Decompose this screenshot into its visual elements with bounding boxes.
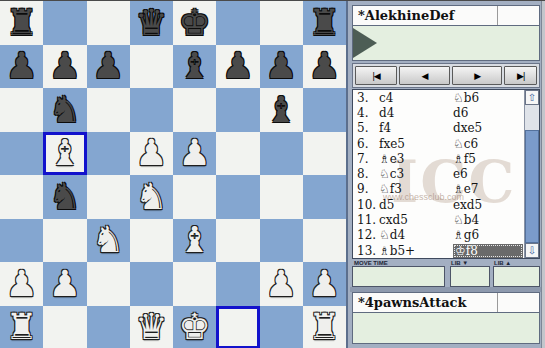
move-row-12: 12.♘d4♗g6 <box>353 228 539 243</box>
black-move[interactable]: e6 <box>453 167 523 181</box>
square-d6[interactable] <box>130 88 173 132</box>
forward-move-icon: ▶ <box>474 71 480 81</box>
square-g6[interactable]: ♝ <box>260 88 303 132</box>
piece-black-pawn-b7[interactable]: ♟ <box>49 48 81 84</box>
scrollbar-thumb[interactable] <box>525 130 539 243</box>
go-last-button[interactable]: ▶| <box>504 66 537 85</box>
square-g7[interactable]: ♟ <box>260 45 303 89</box>
white-move[interactable]: d4 <box>379 106 453 120</box>
square-e4[interactable] <box>173 175 216 219</box>
square-e5[interactable]: ♟ <box>173 132 216 176</box>
move-row-4: 4.d4d6 <box>353 105 539 120</box>
square-c8[interactable] <box>87 1 130 45</box>
black-move[interactable]: ♗f5 <box>453 152 523 166</box>
square-b3[interactable] <box>43 219 86 263</box>
piece-black-pawn-h7[interactable]: ♟ <box>308 48 340 84</box>
black-move[interactable]: d6 <box>453 106 523 120</box>
variation-title: *4pawnsAttack <box>353 295 497 310</box>
first-move-icon: |◀ <box>372 71 379 81</box>
window-right-edge <box>541 1 545 348</box>
piece-white-pawn-g2[interactable]: ♟ <box>265 266 297 302</box>
piece-white-pawn-h2[interactable]: ♟ <box>308 266 340 302</box>
square-g4[interactable] <box>260 175 303 219</box>
move-number: 3. <box>353 91 379 105</box>
go-first-button[interactable]: |◀ <box>355 66 397 85</box>
piece-white-rook-h1[interactable]: ♜ <box>308 309 340 345</box>
opening-text-area <box>352 26 540 61</box>
white-move[interactable]: ♗e3 <box>379 152 453 166</box>
move-row-3: 3.c4♘b6 <box>353 90 539 105</box>
scroll-up-icon: ⇧ <box>528 92 536 103</box>
square-e8[interactable]: ♚ <box>173 1 216 45</box>
square-g1[interactable] <box>260 306 303 348</box>
square-b4[interactable]: ♞ <box>43 175 86 219</box>
square-g3[interactable] <box>260 219 303 263</box>
black-move[interactable]: ♘c6 <box>453 137 523 151</box>
right-panel: *AlekhineDef |◀ ◀ ▶ ▶| ICC www.chessclub… <box>350 1 545 348</box>
square-d5[interactable]: ♟ <box>130 132 173 176</box>
square-f4[interactable] <box>216 175 259 219</box>
square-e3[interactable]: ♝ <box>173 219 216 263</box>
chess-app-window: ♜♛♚♜♟♟♟♝♟♟♟♞♝♝♟♟♞♞♞♝♟♟♟♟♜♛♚♜ *AlekhineDe… <box>0 0 545 348</box>
square-h2[interactable]: ♟ <box>303 262 346 306</box>
square-h4[interactable] <box>303 175 346 219</box>
square-c4[interactable] <box>87 175 130 219</box>
move-list: ICC www.chessclub.com 3.c4♘b64.d4d65.f4d… <box>352 89 540 259</box>
move-number: 4. <box>353 106 379 120</box>
white-move[interactable]: cxd5 <box>379 213 453 227</box>
move-number: 13. <box>353 244 379 258</box>
piece-black-pawn-a7[interactable]: ♟ <box>5 48 37 84</box>
square-c1[interactable] <box>87 306 130 348</box>
square-a7[interactable]: ♟ <box>0 45 43 89</box>
piece-black-queen-d8[interactable]: ♛ <box>135 5 167 41</box>
scroll-down-button[interactable]: ⇩ <box>525 243 539 258</box>
square-a2[interactable]: ♟ <box>0 262 43 306</box>
piece-black-knight-b4[interactable]: ♞ <box>49 179 81 215</box>
square-c6[interactable] <box>87 88 130 132</box>
piece-white-pawn-b2[interactable]: ♟ <box>49 266 81 302</box>
piece-black-pawn-f7[interactable]: ♟ <box>222 48 254 84</box>
move-number: 6. <box>353 137 379 151</box>
piece-black-bishop-e7[interactable]: ♝ <box>178 48 210 84</box>
square-d8[interactable]: ♛ <box>130 1 173 45</box>
square-h1[interactable]: ♜ <box>303 306 346 348</box>
move-number: 9. <box>353 182 379 196</box>
black-move[interactable]: dxe5 <box>453 121 523 135</box>
move-number: 5. <box>353 121 379 135</box>
piece-white-bishop-b5[interactable]: ♝ <box>49 135 81 171</box>
square-c5[interactable] <box>87 132 130 176</box>
square-c7[interactable]: ♟ <box>87 45 130 89</box>
square-b1[interactable] <box>43 306 86 348</box>
square-h3[interactable] <box>303 219 346 263</box>
opening-title-side-cell <box>497 6 539 25</box>
white-move[interactable]: f4 <box>379 121 453 135</box>
white-move[interactable]: ♘d4 <box>379 228 453 242</box>
black-move-selected[interactable]: ♔f8 <box>453 244 523 258</box>
variation-text-area <box>352 313 540 344</box>
piece-black-pawn-g7[interactable]: ♟ <box>265 48 297 84</box>
move-row-7: 7.♗e3♗f5 <box>353 151 539 166</box>
piece-white-bishop-e3[interactable]: ♝ <box>178 222 210 258</box>
black-move[interactable]: ♘b4 <box>453 213 523 227</box>
white-move[interactable]: ♘f3 <box>379 182 453 196</box>
move-rows: 3.c4♘b64.d4d65.f4dxe56.fxe5♘c67.♗e3♗f58.… <box>353 90 539 258</box>
lib-down-field <box>450 266 490 287</box>
piece-black-rook-a8[interactable]: ♜ <box>5 5 37 41</box>
square-b2[interactable]: ♟ <box>43 262 86 306</box>
square-h8[interactable]: ♜ <box>303 1 346 45</box>
black-move[interactable]: exd5 <box>453 198 523 212</box>
square-f3[interactable] <box>216 219 259 263</box>
scroll-up-button[interactable]: ⇧ <box>525 90 539 105</box>
piece-white-pawn-a2[interactable]: ♟ <box>5 266 37 302</box>
move-number: 10. <box>353 198 379 212</box>
square-g2[interactable]: ♟ <box>260 262 303 306</box>
white-move[interactable]: c4 <box>379 91 453 105</box>
move-number: 12. <box>353 228 379 242</box>
back-move-icon: ◀ <box>421 71 427 81</box>
piece-white-knight-d4[interactable]: ♞ <box>135 179 167 215</box>
move-number: 7. <box>353 152 379 166</box>
move-row-10: 10.d5exd5 <box>353 197 539 212</box>
black-move[interactable]: ♗g6 <box>453 228 523 242</box>
square-h5[interactable] <box>303 132 346 176</box>
move-row-11: 11.cxd5♘b4 <box>353 212 539 227</box>
white-move[interactable]: fxe5 <box>379 137 453 151</box>
move-row-9: 9.♘f3♗e7 <box>353 182 539 197</box>
square-e2[interactable] <box>173 262 216 306</box>
piece-black-rook-h8[interactable]: ♜ <box>308 5 340 41</box>
square-a8[interactable]: ♜ <box>0 1 43 45</box>
piece-white-pawn-d5[interactable]: ♟ <box>135 135 167 171</box>
white-move[interactable]: ♘c3 <box>379 167 453 181</box>
chess-board: ♜♛♚♜♟♟♟♝♟♟♟♞♝♝♟♟♞♞♞♝♟♟♟♟♜♛♚♜ <box>0 1 348 348</box>
last-move-icon: ▶| <box>517 71 524 81</box>
square-b6[interactable]: ♞ <box>43 88 86 132</box>
white-move[interactable]: ♗b5+ <box>379 244 453 258</box>
black-move[interactable]: ♘b6 <box>453 91 523 105</box>
opening-title-bar: *AlekhineDef <box>352 5 540 26</box>
white-move[interactable]: d5 <box>379 198 453 212</box>
square-a6[interactable] <box>0 88 43 132</box>
square-g5[interactable] <box>260 132 303 176</box>
move-list-scrollbar[interactable]: ⇧ ⇩ <box>524 90 539 258</box>
move-row-6: 6.fxe5♘c6 <box>353 136 539 151</box>
black-move[interactable]: ♗e7 <box>453 182 523 196</box>
piece-white-rook-a1[interactable]: ♜ <box>5 309 37 345</box>
square-d4[interactable]: ♞ <box>130 175 173 219</box>
square-f6[interactable] <box>216 88 259 132</box>
piece-black-pawn-c7[interactable]: ♟ <box>92 48 124 84</box>
square-f2[interactable] <box>216 262 259 306</box>
move-row-8: 8.♘c3e6 <box>353 166 539 181</box>
square-c3[interactable]: ♞ <box>87 219 130 263</box>
square-b7[interactable]: ♟ <box>43 45 86 89</box>
move-number: 11. <box>353 213 379 227</box>
square-f8[interactable] <box>216 1 259 45</box>
square-a1[interactable]: ♜ <box>0 306 43 348</box>
square-f1[interactable] <box>216 306 259 348</box>
piece-black-king-e8[interactable]: ♚ <box>178 5 210 41</box>
square-g8[interactable] <box>260 1 303 45</box>
piece-black-bishop-g6[interactable]: ♝ <box>265 92 297 128</box>
square-e6[interactable] <box>173 88 216 132</box>
square-d1[interactable]: ♛ <box>130 306 173 348</box>
opening-title: *AlekhineDef <box>353 8 497 23</box>
piece-white-queen-d1[interactable]: ♛ <box>135 309 167 345</box>
variation-title-bar: *4pawnsAttack <box>352 292 540 313</box>
square-b8[interactable] <box>43 1 86 45</box>
piece-white-pawn-e5[interactable]: ♟ <box>178 135 210 171</box>
lib-up-field <box>493 266 540 287</box>
go-back-button[interactable]: ◀ <box>399 66 450 85</box>
square-e1[interactable]: ♚ <box>173 306 216 348</box>
square-h7[interactable]: ♟ <box>303 45 346 89</box>
square-d7[interactable] <box>130 45 173 89</box>
play-triangle-icon <box>353 28 377 58</box>
scroll-down-icon: ⇩ <box>528 245 536 256</box>
square-f5[interactable] <box>216 132 259 176</box>
go-forward-button[interactable]: ▶ <box>452 66 503 85</box>
square-a5[interactable] <box>0 132 43 176</box>
square-d2[interactable] <box>130 262 173 306</box>
square-a4[interactable] <box>0 175 43 219</box>
square-b5[interactable]: ♝ <box>43 132 86 176</box>
move-row-5: 5.f4dxe5 <box>353 121 539 136</box>
square-h6[interactable] <box>303 88 346 132</box>
move-row-13: 13.♗b5+♔f8 <box>353 243 539 258</box>
move-nav-bar: |◀ ◀ ▶ ▶| <box>352 63 540 88</box>
piece-black-knight-b6[interactable]: ♞ <box>49 92 81 128</box>
piece-white-king-e1[interactable]: ♚ <box>178 309 210 345</box>
move-time-field <box>352 266 445 287</box>
piece-white-knight-c3[interactable]: ♞ <box>92 222 124 258</box>
move-number: 8. <box>353 167 379 181</box>
square-e7[interactable]: ♝ <box>173 45 216 89</box>
square-d3[interactable] <box>130 219 173 263</box>
square-c2[interactable] <box>87 262 130 306</box>
square-a3[interactable] <box>0 219 43 263</box>
variation-title-side-cell <box>497 293 539 312</box>
square-f7[interactable]: ♟ <box>216 45 259 89</box>
